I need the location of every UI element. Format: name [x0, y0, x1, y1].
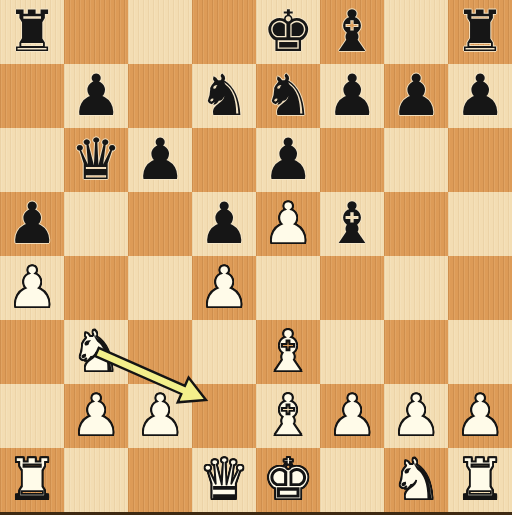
square-d5[interactable]: ♟ [192, 192, 256, 256]
piece-black-pawn-h7[interactable]: ♟ [448, 64, 512, 128]
piece-white-rook-h1[interactable]: ♜ [448, 448, 512, 512]
square-c8[interactable] [128, 0, 192, 64]
square-e4[interactable] [256, 256, 320, 320]
square-a1[interactable]: ♜ [0, 448, 64, 512]
square-f3[interactable] [320, 320, 384, 384]
square-b8[interactable] [64, 0, 128, 64]
square-g1[interactable]: ♞ [384, 448, 448, 512]
square-c4[interactable] [128, 256, 192, 320]
square-g2[interactable]: ♟ [384, 384, 448, 448]
square-c6[interactable]: ♟ [128, 128, 192, 192]
square-d8[interactable] [192, 0, 256, 64]
square-f8[interactable]: ♝ [320, 0, 384, 64]
square-f2[interactable]: ♟ [320, 384, 384, 448]
piece-white-pawn-g2[interactable]: ♟ [384, 384, 448, 448]
piece-white-bishop-e2[interactable]: ♝ [256, 384, 320, 448]
square-e3[interactable]: ♝ [256, 320, 320, 384]
square-h7[interactable]: ♟ [448, 64, 512, 128]
piece-black-bishop-f5[interactable]: ♝ [320, 192, 384, 256]
piece-black-pawn-a5[interactable]: ♟ [0, 192, 64, 256]
piece-black-pawn-b7[interactable]: ♟ [64, 64, 128, 128]
square-e1[interactable]: ♚ [256, 448, 320, 512]
piece-black-pawn-c6[interactable]: ♟ [128, 128, 192, 192]
square-f7[interactable]: ♟ [320, 64, 384, 128]
square-g3[interactable] [384, 320, 448, 384]
piece-white-pawn-e5[interactable]: ♟ [256, 192, 320, 256]
square-d4[interactable]: ♟ [192, 256, 256, 320]
square-d1[interactable]: ♛ [192, 448, 256, 512]
square-g7[interactable]: ♟ [384, 64, 448, 128]
piece-white-knight-g1[interactable]: ♞ [384, 448, 448, 512]
square-a6[interactable] [0, 128, 64, 192]
piece-white-bishop-e3[interactable]: ♝ [256, 320, 320, 384]
piece-white-pawn-a4[interactable]: ♟ [0, 256, 64, 320]
square-a2[interactable] [0, 384, 64, 448]
square-f4[interactable] [320, 256, 384, 320]
piece-white-pawn-d4[interactable]: ♟ [192, 256, 256, 320]
piece-white-rook-a1[interactable]: ♜ [0, 448, 64, 512]
square-h4[interactable] [448, 256, 512, 320]
square-f6[interactable] [320, 128, 384, 192]
square-h3[interactable] [448, 320, 512, 384]
square-g5[interactable] [384, 192, 448, 256]
chess-board-stage: ♜♚♝♜♟♞♞♟♟♟♛♟♟♟♟♟♝♟♟♞♝♟♟♝♟♟♟♜♛♚♞♜ [0, 0, 512, 515]
square-h8[interactable]: ♜ [448, 0, 512, 64]
square-c2[interactable]: ♟ [128, 384, 192, 448]
chess-board: ♜♚♝♜♟♞♞♟♟♟♛♟♟♟♟♟♝♟♟♞♝♟♟♝♟♟♟♜♛♚♞♜ [0, 0, 512, 512]
piece-black-pawn-g7[interactable]: ♟ [384, 64, 448, 128]
piece-black-knight-d7[interactable]: ♞ [192, 64, 256, 128]
square-b7[interactable]: ♟ [64, 64, 128, 128]
piece-black-pawn-f7[interactable]: ♟ [320, 64, 384, 128]
square-c5[interactable] [128, 192, 192, 256]
square-b3[interactable]: ♞ [64, 320, 128, 384]
piece-black-rook-a8[interactable]: ♜ [0, 0, 64, 64]
square-a7[interactable] [0, 64, 64, 128]
square-h1[interactable]: ♜ [448, 448, 512, 512]
square-h5[interactable] [448, 192, 512, 256]
square-a3[interactable] [0, 320, 64, 384]
square-d3[interactable] [192, 320, 256, 384]
piece-white-knight-b3[interactable]: ♞ [64, 320, 128, 384]
square-b5[interactable] [64, 192, 128, 256]
square-e8[interactable]: ♚ [256, 0, 320, 64]
square-e6[interactable]: ♟ [256, 128, 320, 192]
square-e5[interactable]: ♟ [256, 192, 320, 256]
square-d6[interactable] [192, 128, 256, 192]
square-a4[interactable]: ♟ [0, 256, 64, 320]
square-e7[interactable]: ♞ [256, 64, 320, 128]
piece-black-pawn-d5[interactable]: ♟ [192, 192, 256, 256]
piece-black-king-e8[interactable]: ♚ [256, 0, 320, 64]
piece-black-bishop-f8[interactable]: ♝ [320, 0, 384, 64]
square-b6[interactable]: ♛ [64, 128, 128, 192]
square-a5[interactable]: ♟ [0, 192, 64, 256]
square-d2[interactable] [192, 384, 256, 448]
square-g4[interactable] [384, 256, 448, 320]
piece-white-pawn-b2[interactable]: ♟ [64, 384, 128, 448]
square-c7[interactable] [128, 64, 192, 128]
square-d7[interactable]: ♞ [192, 64, 256, 128]
piece-white-pawn-h2[interactable]: ♟ [448, 384, 512, 448]
square-b1[interactable] [64, 448, 128, 512]
square-g6[interactable] [384, 128, 448, 192]
piece-black-rook-h8[interactable]: ♜ [448, 0, 512, 64]
square-h6[interactable] [448, 128, 512, 192]
square-g8[interactable] [384, 0, 448, 64]
square-b2[interactable]: ♟ [64, 384, 128, 448]
piece-white-king-e1[interactable]: ♚ [256, 448, 320, 512]
square-c1[interactable] [128, 448, 192, 512]
square-b4[interactable] [64, 256, 128, 320]
square-c3[interactable] [128, 320, 192, 384]
piece-black-pawn-e6[interactable]: ♟ [256, 128, 320, 192]
piece-black-knight-e7[interactable]: ♞ [256, 64, 320, 128]
square-h2[interactable]: ♟ [448, 384, 512, 448]
square-e2[interactable]: ♝ [256, 384, 320, 448]
piece-white-queen-d1[interactable]: ♛ [192, 448, 256, 512]
square-f5[interactable]: ♝ [320, 192, 384, 256]
piece-white-pawn-c2[interactable]: ♟ [128, 384, 192, 448]
square-a8[interactable]: ♜ [0, 0, 64, 64]
square-f1[interactable] [320, 448, 384, 512]
piece-black-queen-b6[interactable]: ♛ [64, 128, 128, 192]
piece-white-pawn-f2[interactable]: ♟ [320, 384, 384, 448]
